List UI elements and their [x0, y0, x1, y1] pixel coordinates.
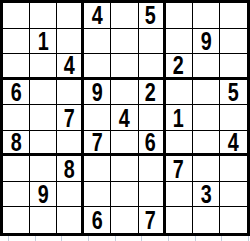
cell-r1c4[interactable]: 4 [84, 3, 111, 29]
cell-r5c6[interactable] [139, 105, 166, 131]
cell-r6c8[interactable] [193, 131, 220, 157]
cell-r8c9[interactable] [220, 182, 247, 208]
cell-r5c3[interactable]: 7 [57, 105, 84, 131]
cell-r6c6[interactable]: 6 [139, 131, 166, 157]
cell-r4c2[interactable] [30, 80, 57, 106]
gridline-stub [61, 236, 62, 241]
cell-r8c5[interactable] [111, 182, 138, 208]
cell-r1c8[interactable] [193, 3, 220, 29]
cell-r5c5[interactable]: 4 [111, 105, 138, 131]
cell-r2c5[interactable] [111, 29, 138, 55]
cell-r9c5[interactable] [111, 207, 138, 233]
cell-r4c7[interactable] [166, 80, 193, 106]
digit: 5 [228, 80, 239, 105]
digit: 9 [38, 182, 49, 207]
gridline-stub [141, 236, 142, 241]
cell-r7c2[interactable] [30, 156, 57, 182]
cell-r9c1[interactable] [3, 207, 30, 233]
cell-r9c4[interactable]: 6 [84, 207, 111, 233]
cell-r6c5[interactable] [111, 131, 138, 157]
cell-r7c5[interactable] [111, 156, 138, 182]
cell-r6c9[interactable]: 4 [220, 131, 247, 157]
cell-r6c4[interactable]: 7 [84, 131, 111, 157]
cell-r7c3[interactable]: 8 [57, 156, 84, 182]
cell-r5c2[interactable] [30, 105, 57, 131]
digit: 4 [119, 105, 130, 130]
digit: 3 [200, 182, 211, 207]
digit: 7 [92, 131, 103, 155]
cell-r4c1[interactable]: 6 [3, 80, 30, 106]
cell-r3c2[interactable] [30, 54, 57, 80]
cell-r4c6[interactable]: 2 [139, 80, 166, 106]
cell-r6c2[interactable] [30, 131, 57, 157]
sudoku-board: 45194269257418764879367 [0, 0, 250, 236]
cell-r3c3[interactable]: 4 [57, 54, 84, 80]
gridline-stub [195, 236, 196, 241]
cell-r6c7[interactable] [166, 131, 193, 157]
cell-r3c4[interactable] [84, 54, 111, 80]
cell-r5c4[interactable] [84, 105, 111, 131]
digit: 6 [11, 80, 22, 105]
cell-r7c4[interactable] [84, 156, 111, 182]
digit: 9 [200, 29, 211, 54]
spreadsheet-gridline-stubs [0, 236, 250, 241]
cell-r8c7[interactable] [166, 182, 193, 208]
cell-r1c2[interactable] [30, 3, 57, 29]
digit: 2 [145, 80, 156, 105]
cell-r2c6[interactable] [139, 29, 166, 55]
cell-r7c6[interactable] [139, 156, 166, 182]
cell-r8c4[interactable] [84, 182, 111, 208]
cell-r1c5[interactable] [111, 3, 138, 29]
cell-r5c7[interactable]: 1 [166, 105, 193, 131]
cell-r8c2[interactable]: 9 [30, 182, 57, 208]
cell-r5c9[interactable] [220, 105, 247, 131]
digit: 1 [38, 29, 49, 54]
cell-r4c3[interactable] [57, 80, 84, 106]
cell-r9c9[interactable] [220, 207, 247, 233]
digit: 7 [64, 105, 75, 130]
cell-r9c7[interactable] [166, 207, 193, 233]
cell-r2c2[interactable]: 1 [30, 29, 57, 55]
cell-r2c4[interactable] [84, 29, 111, 55]
cell-r3c9[interactable] [220, 54, 247, 80]
cell-r1c9[interactable] [220, 3, 247, 29]
cell-r7c9[interactable] [220, 156, 247, 182]
cell-r5c8[interactable] [193, 105, 220, 131]
cell-r4c5[interactable] [111, 80, 138, 106]
digit: 7 [173, 156, 184, 181]
cell-r9c8[interactable] [193, 207, 220, 233]
cell-r4c8[interactable] [193, 80, 220, 106]
cell-r2c1[interactable] [3, 29, 30, 55]
cell-r7c1[interactable] [3, 156, 30, 182]
digit: 2 [173, 54, 184, 78]
cell-r3c5[interactable] [111, 54, 138, 80]
digit: 5 [145, 3, 156, 28]
gridline-stub [248, 236, 249, 241]
cell-r9c6[interactable]: 7 [139, 207, 166, 233]
gridline-stub [8, 236, 9, 241]
gridline-stub [35, 236, 36, 241]
cell-r4c4[interactable]: 9 [84, 80, 111, 106]
cell-r5c1[interactable] [3, 105, 30, 131]
cell-r8c3[interactable] [57, 182, 84, 208]
gridline-stub [88, 236, 89, 241]
cell-r4c9[interactable]: 5 [220, 80, 247, 106]
cell-r8c6[interactable] [139, 182, 166, 208]
cell-r9c2[interactable] [30, 207, 57, 233]
digit: 4 [228, 131, 239, 155]
cell-r1c7[interactable] [166, 3, 193, 29]
gridline-stub [168, 236, 169, 241]
cell-r1c1[interactable] [3, 3, 30, 29]
digit: 1 [173, 105, 184, 130]
cell-r2c9[interactable] [220, 29, 247, 55]
digit: 6 [92, 207, 103, 233]
cell-r2c3[interactable] [57, 29, 84, 55]
cell-r1c3[interactable] [57, 3, 84, 29]
digit: 4 [64, 54, 75, 78]
digit: 4 [92, 3, 103, 28]
cell-r3c8[interactable] [193, 54, 220, 80]
digit: 8 [11, 131, 22, 155]
cell-r3c6[interactable] [139, 54, 166, 80]
gridline-stub [115, 236, 116, 241]
cell-r7c7[interactable]: 7 [166, 156, 193, 182]
cell-r8c1[interactable] [3, 182, 30, 208]
gridline-stub [221, 236, 222, 241]
cell-r6c3[interactable] [57, 131, 84, 157]
digit: 7 [145, 207, 156, 233]
cell-r1c6[interactable]: 5 [139, 3, 166, 29]
digit: 9 [92, 80, 103, 105]
cell-r3c1[interactable] [3, 54, 30, 80]
cell-r9c3[interactable] [57, 207, 84, 233]
cell-r3c7[interactable]: 2 [166, 54, 193, 80]
digit: 8 [64, 156, 75, 181]
cell-r7c8[interactable] [193, 156, 220, 182]
cell-r6c1[interactable]: 8 [3, 131, 30, 157]
cell-r2c7[interactable] [166, 29, 193, 55]
cell-r2c8[interactable]: 9 [193, 29, 220, 55]
cell-r8c8[interactable]: 3 [193, 182, 220, 208]
digit: 6 [145, 131, 156, 155]
